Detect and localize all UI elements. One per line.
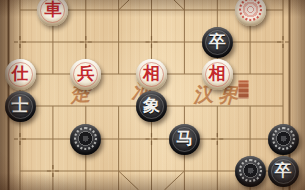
pieces-layer[interactable]: 車卒仕兵相相士象马卒	[0, 0, 305, 190]
piece-black-soldier[interactable]: 卒	[268, 156, 299, 187]
piece-red-advisor[interactable]: 仕	[5, 59, 36, 90]
black-hidden-pattern-icon	[239, 159, 262, 182]
piece-black-hidden[interactable]	[70, 124, 101, 155]
piece-character: 相	[202, 58, 233, 89]
piece-red-chariot[interactable]: 車	[37, 0, 68, 26]
piece-character: 象	[136, 90, 167, 121]
piece-character: 仕	[5, 58, 36, 89]
piece-red-elephant[interactable]: 相	[136, 59, 167, 90]
piece-black-horse[interactable]: 马	[169, 124, 200, 155]
piece-black-hidden[interactable]	[268, 124, 299, 155]
piece-red-hidden[interactable]	[235, 0, 266, 26]
piece-red-elephant[interactable]: 相	[202, 59, 233, 90]
piece-black-soldier[interactable]: 卒	[202, 27, 233, 58]
piece-character: 相	[136, 58, 167, 89]
red-hidden-pattern-icon	[239, 0, 262, 21]
piece-black-hidden[interactable]	[235, 156, 266, 187]
piece-red-soldier[interactable]: 兵	[70, 59, 101, 90]
piece-character: 卒	[202, 26, 233, 57]
xiangqi-board[interactable]: 楚 河 汉 界 車卒仕兵相相士象马卒	[0, 0, 305, 190]
black-hidden-pattern-icon	[272, 127, 295, 150]
piece-black-elephant[interactable]: 象	[136, 91, 167, 122]
black-hidden-pattern-icon	[74, 127, 97, 150]
piece-character: 車	[37, 0, 68, 25]
piece-character: 卒	[268, 155, 299, 186]
piece-black-advisor[interactable]: 士	[5, 91, 36, 122]
piece-character: 兵	[70, 58, 101, 89]
piece-character: 士	[5, 90, 36, 121]
piece-character: 马	[169, 123, 200, 154]
